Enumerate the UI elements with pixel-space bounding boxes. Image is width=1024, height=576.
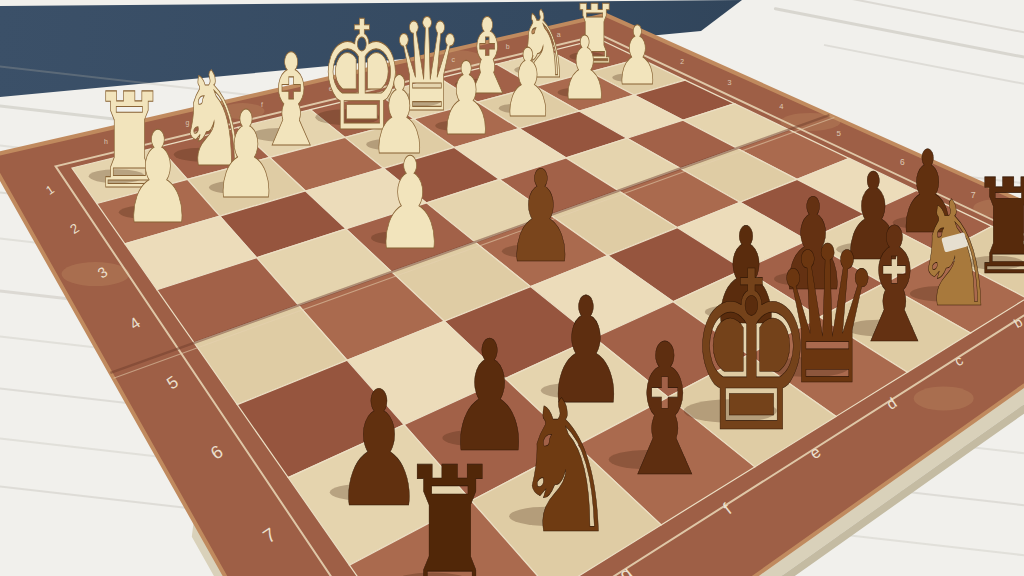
chessboard: 12345678abcdefgh12345678abcdefgh♜♞♟♝♟♛♟♚… xyxy=(0,0,1024,576)
border-woodgrain xyxy=(914,386,974,410)
piece-white-pawn[interactable]: ♟ xyxy=(501,29,555,139)
piece-white-pawn[interactable]: ♟ xyxy=(122,104,194,252)
piece-white-pawn[interactable]: ♟ xyxy=(614,9,660,103)
border-woodgrain xyxy=(62,262,130,286)
scene: 12345678abcdefgh12345678abcdefgh♜♞♟♝♟♛♟♚… xyxy=(0,0,1024,576)
piece-black-bishop[interactable]: ♝ xyxy=(613,305,717,518)
piece-white-pawn[interactable]: ♟ xyxy=(212,85,281,226)
piece-white-pawn[interactable]: ♟ xyxy=(374,130,446,278)
piece-black-rook[interactable]: ♜ xyxy=(398,427,502,576)
far-rank-tick-4: 4 xyxy=(779,102,783,111)
piece-black-knight[interactable]: ♞ xyxy=(513,361,617,574)
far-rank-tick-3: 3 xyxy=(727,78,731,87)
far-rank-tick-5: 5 xyxy=(836,129,841,138)
piece-white-pawn[interactable]: ♟ xyxy=(560,18,610,119)
far-rank-tick-2: 2 xyxy=(680,58,684,65)
